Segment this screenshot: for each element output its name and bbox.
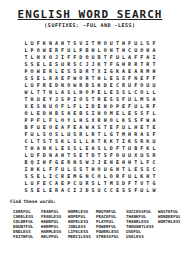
word-list-column: FEARFULFEARLESSHANDFULHARMFULHARMLESSHEL… [41,209,68,239]
grid-cell[interactable]: T [151,173,157,180]
word-list-item: MERCILESS [68,234,96,239]
page-subtitle: (SUFFIXES: -FUL AND -LESS) [0,22,180,28]
word-list-column: WASTEFULWONDERFULWORTHLESS [158,209,177,239]
grid-cell[interactable]: A [151,47,157,54]
grid-cell[interactable]: T [151,61,157,68]
grid-cell[interactable]: E [151,124,157,131]
grid-cell[interactable]: W [151,187,157,194]
word-list-item: WORTHLESS [158,219,177,224]
grid-cell[interactable]: H [151,68,157,75]
grid-cell[interactable]: R [151,152,157,159]
grid-cell[interactable]: U [151,82,157,89]
grid-cell[interactable]: I [151,54,157,61]
word-list-column: MOUTHFULPEACEFULPLAYFULPOWERFULPOWERLESS… [96,209,126,239]
grid-cell[interactable]: L [151,110,157,117]
word-list-item: FAITHFUL [13,234,41,239]
word-list-item: STRESSFUL [96,234,126,239]
word-list-column: SUCCESSFULTHANKFULTHANKLESSTHOUGHTLESSUS… [126,209,158,239]
grid-cell[interactable]: C [151,159,157,166]
grid-cell[interactable]: F [151,103,157,110]
grid-cell[interactable]: F [151,75,157,82]
grid-cell[interactable]: U [151,138,157,145]
word-list-column: CAREFULCARELESSCOLORFULDOUBTFULENDLESSFA… [13,209,41,239]
grid-cell[interactable]: L [151,89,157,96]
word-list-item: USELESS [126,234,158,239]
grid-cell[interactable]: F [151,40,157,47]
grid-cell[interactable]: F [151,131,157,138]
word-search-worksheet: { "game": "word-search", "header": { "ti… [0,0,180,255]
grid-cell[interactable]: A [151,117,157,124]
grid-cell[interactable]: G [151,180,157,187]
word-search-grid: LUFKNAHTSVITMOUTHFULSFLPOWERFULPBHLOHTHC… [23,40,157,194]
grid-cell[interactable]: C [151,166,157,173]
find-words-label: Find these words: [10,199,56,204]
word-list: CAREFULCARELESSCOLORFULDOUBTFULENDLESSFA… [13,209,177,239]
word-list-item: HELPFUL [41,234,68,239]
word-list-column: HOMELESSHOPEFULHOPELESSJOBLESSLIFELESSME… [68,209,96,239]
grid-cell[interactable]: A [151,96,157,103]
grid-cell[interactable]: L [151,145,157,152]
page-title: ENGLISH WORD SEARCH [0,8,180,21]
